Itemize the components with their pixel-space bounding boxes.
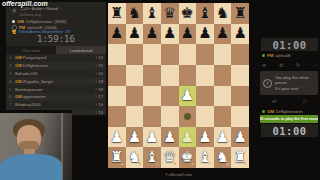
opponent-user-line[interactable]: FM aleks08: [262, 53, 290, 58]
menu-icon[interactable]: ≡: [262, 62, 266, 68]
stream-watermark: offerspill.com: [2, 0, 48, 7]
square-a4[interactable]: [108, 86, 126, 107]
black-pawn[interactable]: ♟: [145, 26, 158, 41]
info-line1: You play the white pieces: [275, 75, 309, 85]
standings-row-5[interactable]: 5Bombegranate⚡18: [6, 85, 106, 93]
square-f4[interactable]: [196, 86, 214, 107]
more-icon[interactable]: ⋯: [313, 62, 318, 68]
standings-row-1[interactable]: 1GMPenguingim1⚡24: [6, 54, 106, 62]
white-pawn[interactable]: ♟: [163, 130, 176, 145]
streak-flame-icon: ⚡: [94, 110, 97, 115]
black-pawn[interactable]: ♟: [198, 26, 211, 41]
square-b3[interactable]: [126, 106, 144, 127]
square-h8[interactable]: ♜: [231, 3, 249, 24]
player-name: DrNykterstein: [276, 109, 303, 114]
standings-row-7[interactable]: 7Bilodeau2000⚡16: [6, 101, 106, 109]
square-e7[interactable]: ♟: [179, 24, 197, 45]
tournament-side-panel: ⚡ 1+0 • Bullet • Rated lichess.org GM Dr…: [6, 2, 106, 115]
square-h1[interactable]: ♜: [231, 147, 249, 168]
gear-icon[interactable]: ⚙: [279, 62, 283, 68]
black-rook[interactable]: ♜: [110, 6, 123, 21]
square-a6[interactable]: [108, 44, 126, 65]
first-move-banner: 20 seconds to play the first move: [260, 115, 318, 123]
square-a5[interactable]: [108, 65, 126, 86]
standings-player-name: Bahadur165: [15, 71, 94, 76]
tab-leaderboard[interactable]: Leaderboard: [56, 46, 106, 54]
square-f8[interactable]: ♝: [196, 3, 214, 24]
square-d4[interactable]: [161, 86, 179, 107]
standings-score: ⚡18: [94, 87, 103, 92]
black-pawn[interactable]: ♟: [163, 26, 176, 41]
file-coord-c: c: [156, 162, 158, 166]
square-e5[interactable]: [179, 65, 197, 86]
white-pawn[interactable]: ♟: [216, 130, 229, 145]
square-d3[interactable]: [161, 106, 179, 127]
streak-flame-icon: ⚡: [94, 94, 97, 99]
white-player-title: GM: [17, 19, 24, 24]
takeback-icon[interactable]: ↶: [272, 98, 277, 105]
white-player-rating: (3093): [54, 19, 66, 24]
game-actions: ↶ ⚐: [272, 98, 308, 105]
black-pawn[interactable]: ♟: [216, 26, 229, 41]
file-coord-d: d: [174, 162, 176, 166]
move-hint-dot: [184, 113, 191, 120]
standings-score: ⚡16: [94, 102, 103, 107]
black-pawn[interactable]: ♟: [128, 26, 141, 41]
standings-player-name: GMZhigalko_Sergei: [15, 79, 94, 84]
streamer-shirt: [0, 154, 62, 180]
streak-flame-icon: ⚡: [94, 63, 97, 68]
square-c8[interactable]: ♝: [143, 3, 161, 24]
square-c5[interactable]: [143, 65, 161, 86]
square-f5[interactable]: [196, 65, 214, 86]
turn-info-box: i You play the white pieces It's your tu…: [260, 71, 318, 95]
square-d6[interactable]: [161, 44, 179, 65]
square-e6[interactable]: [179, 44, 197, 65]
online-dot-icon: [262, 54, 265, 57]
file-coord-g: g: [227, 162, 229, 166]
square-f1[interactable]: ♝: [196, 147, 214, 168]
square-c7[interactable]: ♟: [143, 24, 161, 45]
square-d2[interactable]: ♟: [161, 127, 179, 148]
standings-player-name: GMPenguingim1: [15, 55, 94, 60]
square-h2[interactable]: ♟: [231, 127, 249, 148]
white-player-name: DrNykterstein: [26, 19, 52, 24]
game-meta: ⚡ 1+0 • Bullet • Rated lichess.org: [11, 6, 58, 17]
caption-text: offerspill.com: [169, 172, 193, 177]
square-f7[interactable]: ♟: [196, 24, 214, 45]
square-h5[interactable]: [231, 65, 249, 86]
trophy-icon: [12, 30, 16, 33]
square-e2[interactable]: ♟: [179, 127, 197, 148]
white-player-line[interactable]: GM DrNykterstein (3093): [12, 19, 66, 24]
square-g5[interactable]: [214, 65, 232, 86]
streak-flame-icon: ⚡: [94, 79, 97, 84]
square-e3[interactable]: [179, 106, 197, 127]
square-h7[interactable]: ♟: [231, 24, 249, 45]
tab-chat-room[interactable]: Chat room: [6, 46, 56, 54]
streak-flame-icon: ⚡: [94, 55, 97, 60]
square-b6[interactable]: [126, 44, 144, 65]
game-toolbar: ≡ ⚙ ↻ ⋯: [262, 62, 318, 68]
square-d8[interactable]: ♛: [161, 3, 179, 24]
square-d7[interactable]: ♟: [161, 24, 179, 45]
square-d5[interactable]: [161, 65, 179, 86]
file-coord-a: a: [121, 162, 123, 166]
player-user-line[interactable]: GM DrNykterstein: [262, 109, 303, 114]
file-coord-f: f: [209, 162, 210, 166]
white-pawn[interactable]: ♟: [233, 130, 246, 145]
white-pawn[interactable]: ♟: [181, 88, 194, 103]
black-queen[interactable]: ♛: [163, 6, 176, 21]
opponent-clock: 01:00: [261, 38, 318, 51]
opponent-name: aleks08: [275, 53, 290, 58]
square-c6[interactable]: [143, 44, 161, 65]
file-coord-e: e: [192, 162, 194, 166]
standings-row-2[interactable]: 2GMDrNykterstein⚡21: [6, 62, 106, 70]
panel-tabs: Chat room Leaderboard: [6, 46, 106, 54]
info-icon: i: [263, 79, 272, 88]
player-title: GM: [267, 109, 274, 114]
square-a3[interactable]: [108, 106, 126, 127]
square-e8[interactable]: ♚: [179, 3, 197, 24]
square-h3[interactable]: [231, 106, 249, 127]
caption-lightning-icon: ⚡: [165, 172, 168, 177]
resign-flag-icon[interactable]: ⚐: [303, 98, 308, 105]
white-pawn[interactable]: ♟: [128, 130, 141, 145]
square-e1[interactable]: ♚: [179, 147, 197, 168]
standings-score: ⚡21: [94, 63, 103, 68]
webcam-overlay: [0, 110, 72, 180]
square-g4[interactable]: [214, 86, 232, 107]
standings-score: ⚡19: [94, 79, 103, 84]
standings-score: ⚡24: [94, 55, 103, 60]
standings-player-name: GMopperwezen: [15, 94, 94, 99]
black-knight[interactable]: ♞: [216, 6, 229, 21]
square-b2[interactable]: ♟: [126, 127, 144, 148]
file-coord-b: b: [139, 162, 141, 166]
standings-row-4[interactable]: 4GMZhigalko_Sergei⚡19: [6, 77, 106, 85]
standings-score: ⚡15: [94, 110, 103, 115]
streak-flame-icon: ⚡: [94, 102, 97, 107]
square-a2[interactable]: ♟: [108, 127, 126, 148]
standings-player-name: GMDrNykterstein: [15, 63, 94, 68]
stream-frame: offerspill.com ⚡ 1+0 • Bullet • Rated li…: [0, 0, 320, 180]
opponent-title: FM: [267, 53, 273, 58]
square-h6[interactable]: [231, 44, 249, 65]
black-pawn[interactable]: ♟: [233, 26, 246, 41]
bullet-lightning-icon: ⚡: [11, 6, 17, 16]
standings-row-3[interactable]: 3Bahadur165⚡20: [6, 70, 106, 78]
square-b8[interactable]: ♞: [126, 3, 144, 24]
standings-player-name: Bilodeau2000: [15, 102, 94, 107]
black-bishop[interactable]: ♝: [198, 6, 211, 21]
square-b4[interactable]: [126, 86, 144, 107]
standings-row-6[interactable]: 6GMopperwezen⚡17: [6, 93, 106, 101]
square-c2[interactable]: ♟: [143, 127, 161, 148]
white-pawn[interactable]: ♟: [110, 130, 123, 145]
square-e4[interactable]: ♟: [179, 86, 197, 107]
player-online-dot-icon: [262, 110, 265, 113]
square-g6[interactable]: [214, 44, 232, 65]
tournament-clock: 1:59:16: [6, 34, 106, 44]
file-coord-h: h: [244, 162, 246, 166]
black-king[interactable]: ♚: [181, 6, 194, 21]
square-c1[interactable]: ♝: [143, 147, 161, 168]
white-pawn-ghost[interactable]: ♟: [181, 130, 194, 145]
square-h4[interactable]: [231, 86, 249, 107]
streak-flame-icon: ⚡: [94, 71, 97, 76]
standings-score: ⚡20: [94, 71, 103, 76]
square-g7[interactable]: ♟: [214, 24, 232, 45]
white-color-icon: [12, 20, 15, 23]
tournament-standings: 1GMPenguingim1⚡242GMDrNykterstein⚡213Bah…: [6, 54, 106, 116]
game-meta-line2: lichess.org: [20, 12, 57, 17]
chess-board[interactable]: ♜♞♝♛♚♝♞♜♟♟♟♟♟♟♟♟♟♟♟♟♟♟♟♟♟♜♞♝♛♚♝♞♜: [108, 3, 249, 168]
square-a8[interactable]: ♜: [108, 3, 126, 24]
square-g2[interactable]: ♟: [214, 127, 232, 148]
square-g8[interactable]: ♞: [214, 3, 232, 24]
black-pawn[interactable]: ♟: [110, 26, 123, 41]
white-pawn[interactable]: ♟: [198, 130, 211, 145]
square-f6[interactable]: [196, 44, 214, 65]
square-c4[interactable]: [143, 86, 161, 107]
square-f3[interactable]: [196, 106, 214, 127]
black-pawn[interactable]: ♟: [181, 26, 194, 41]
player-clock: 01:00: [261, 124, 318, 137]
streak-flame-icon: ⚡: [94, 87, 97, 92]
square-f2[interactable]: ♟: [196, 127, 214, 148]
white-pawn[interactable]: ♟: [145, 130, 158, 145]
square-g3[interactable]: [214, 106, 232, 127]
square-c3[interactable]: [143, 106, 161, 127]
board-caption: ⚡offerspill.com: [108, 172, 249, 177]
rotate-board-icon[interactable]: ↻: [296, 62, 300, 68]
standings-score: ⚡17: [94, 94, 103, 99]
black-bishop[interactable]: ♝: [145, 6, 158, 21]
black-knight[interactable]: ♞: [128, 6, 141, 21]
black-rook[interactable]: ♜: [233, 6, 246, 21]
square-b7[interactable]: ♟: [126, 24, 144, 45]
square-a7[interactable]: ♟: [108, 24, 126, 45]
standings-player-name: Bombegranate: [15, 87, 94, 92]
square-b5[interactable]: [126, 65, 144, 86]
webcam-video: [0, 113, 72, 180]
info-line2: It's your turn!: [275, 86, 299, 91]
